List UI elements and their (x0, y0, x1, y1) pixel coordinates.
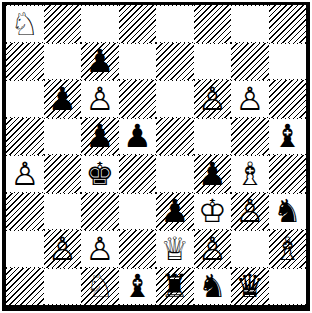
square-h3[interactable]: ♞ (269, 193, 307, 231)
square-f5[interactable] (194, 118, 232, 156)
square-c1[interactable]: ♘ (81, 268, 119, 306)
white-pawn-piece: ♙ (10, 158, 39, 190)
chess-board: ♘ ♟ ♟ ♙ ♙ ♙ ♟ ♟ ♝ ♙ ♚ ♟ ♗ ♟ ♔ ♙ ♞ ♙ ♙ ♕ … (2, 2, 310, 311)
square-e7[interactable] (156, 43, 194, 81)
square-f6[interactable]: ♙ (194, 80, 232, 118)
square-f3[interactable]: ♔ (194, 193, 232, 231)
square-b1[interactable] (44, 268, 82, 306)
square-a8[interactable]: ♘ (6, 5, 44, 43)
white-queen-piece: ♕ (160, 233, 189, 265)
square-h7[interactable] (269, 43, 307, 81)
white-pawn-piece: ♙ (85, 233, 114, 265)
square-d5[interactable]: ♟ (119, 118, 157, 156)
square-c3[interactable] (81, 193, 119, 231)
white-knight-piece: ♘ (85, 270, 114, 302)
white-pawn-piece: ♙ (198, 233, 227, 265)
square-b3[interactable] (44, 193, 82, 231)
square-e1[interactable]: ♜ (156, 268, 194, 306)
square-a2[interactable] (6, 230, 44, 268)
black-knight-piece: ♞ (198, 270, 227, 302)
square-d2[interactable] (119, 230, 157, 268)
square-g6[interactable]: ♙ (231, 80, 269, 118)
square-e4[interactable] (156, 155, 194, 193)
square-h8[interactable] (269, 5, 307, 43)
square-g3[interactable]: ♙ (231, 193, 269, 231)
square-b7[interactable] (44, 43, 82, 81)
square-d3[interactable] (119, 193, 157, 231)
square-a4[interactable]: ♙ (6, 155, 44, 193)
square-g8[interactable] (231, 5, 269, 43)
square-f2[interactable]: ♙ (194, 230, 232, 268)
black-pawn-piece: ♟ (160, 195, 189, 227)
square-c8[interactable] (81, 5, 119, 43)
square-c5[interactable]: ♟ (81, 118, 119, 156)
square-g4[interactable]: ♗ (231, 155, 269, 193)
square-f7[interactable] (194, 43, 232, 81)
square-f1[interactable]: ♞ (194, 268, 232, 306)
square-g2[interactable] (231, 230, 269, 268)
square-h4[interactable] (269, 155, 307, 193)
square-b5[interactable] (44, 118, 82, 156)
black-pawn-piece: ♟ (198, 158, 227, 190)
square-a5[interactable] (6, 118, 44, 156)
square-g7[interactable] (231, 43, 269, 81)
square-d7[interactable] (119, 43, 157, 81)
square-e5[interactable] (156, 118, 194, 156)
square-c4[interactable]: ♚ (81, 155, 119, 193)
white-pawn-piece: ♙ (85, 83, 114, 115)
white-knight-piece: ♘ (10, 8, 39, 40)
white-pawn-piece: ♙ (48, 233, 77, 265)
square-g5[interactable] (231, 118, 269, 156)
square-g1[interactable]: ♛ (231, 268, 269, 306)
black-pawn-piece: ♟ (123, 120, 152, 152)
square-a1[interactable] (6, 268, 44, 306)
square-h1[interactable] (269, 268, 307, 306)
square-h2[interactable]: ♗ (269, 230, 307, 268)
square-c2[interactable]: ♙ (81, 230, 119, 268)
square-b8[interactable] (44, 5, 82, 43)
black-bishop-piece: ♝ (273, 120, 302, 152)
square-h6[interactable] (269, 80, 307, 118)
square-d1[interactable]: ♝ (119, 268, 157, 306)
square-b6[interactable]: ♟ (44, 80, 82, 118)
square-c7[interactable]: ♟ (81, 43, 119, 81)
square-f4[interactable]: ♟ (194, 155, 232, 193)
white-pawn-piece: ♙ (235, 195, 264, 227)
square-d4[interactable] (119, 155, 157, 193)
square-a3[interactable] (6, 193, 44, 231)
square-e6[interactable] (156, 80, 194, 118)
black-knight-piece: ♞ (273, 195, 302, 227)
square-h5[interactable]: ♝ (269, 118, 307, 156)
square-e2[interactable]: ♕ (156, 230, 194, 268)
square-e3[interactable]: ♟ (156, 193, 194, 231)
square-a6[interactable] (6, 80, 44, 118)
square-a7[interactable] (6, 43, 44, 81)
black-king-piece: ♚ (85, 158, 114, 190)
white-bishop-piece: ♗ (273, 233, 302, 265)
black-pawn-piece: ♟ (48, 83, 77, 115)
black-bishop-piece: ♝ (123, 270, 152, 302)
white-king-piece: ♔ (198, 195, 227, 227)
black-pawn-piece: ♟ (85, 45, 114, 77)
square-e8[interactable] (156, 5, 194, 43)
square-b2[interactable]: ♙ (44, 230, 82, 268)
white-pawn-piece: ♙ (198, 83, 227, 115)
black-queen-piece: ♛ (235, 270, 264, 302)
square-f8[interactable] (194, 5, 232, 43)
white-bishop-piece: ♗ (235, 158, 264, 190)
square-d8[interactable] (119, 5, 157, 43)
square-b4[interactable] (44, 155, 82, 193)
square-d6[interactable] (119, 80, 157, 118)
black-rook-piece: ♜ (160, 270, 189, 302)
black-pawn-piece: ♟ (85, 120, 114, 152)
square-c6[interactable]: ♙ (81, 80, 119, 118)
white-pawn-piece: ♙ (235, 83, 264, 115)
